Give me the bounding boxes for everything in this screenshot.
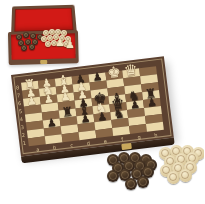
dark-checker (123, 160, 135, 172)
dark-checker (107, 170, 119, 182)
light-checker (172, 162, 185, 175)
dark-checker (131, 168, 143, 180)
box-base-red-felt (8, 30, 79, 65)
light-checker (184, 161, 197, 174)
product-photo: ♟♟ ♜♟♝♟♟♚♛♟♞♟♟♟♟♟♟♟♚♝♞♜♜♝♞♛♟♟♟♟♟♞ 876543… (0, 0, 204, 204)
light-checker (170, 145, 183, 158)
light-checker (181, 145, 194, 158)
box-clasp (40, 60, 47, 64)
storage-box (7, 4, 81, 65)
light-checker (160, 164, 173, 177)
light-checker (175, 153, 188, 166)
dark-checker (140, 154, 152, 166)
dark-checker (145, 159, 157, 171)
dark-checker (137, 176, 149, 188)
dark-checker (125, 178, 137, 190)
light-checker (186, 152, 199, 165)
dark-checker (107, 154, 119, 166)
chess-board: ♜♟♝♟♟♚♛♟♞♟♟♟♟♟♟♟♚♝♞♜♜♝♞♛♟♟♟♟♟♞ 87654321 … (11, 56, 175, 163)
rank-label: 1 (21, 139, 28, 148)
light-checker (192, 147, 205, 160)
dark-checker (142, 166, 154, 178)
board-clasp (121, 143, 132, 150)
dark-checker (119, 169, 131, 181)
light-checker (159, 147, 172, 160)
light-checker (164, 155, 177, 168)
light-checker (167, 171, 180, 184)
dark-checker (118, 152, 130, 164)
dark-checker (129, 152, 141, 164)
dark-checker (112, 162, 124, 174)
dark-checker (134, 160, 146, 172)
light-checker (179, 169, 192, 182)
